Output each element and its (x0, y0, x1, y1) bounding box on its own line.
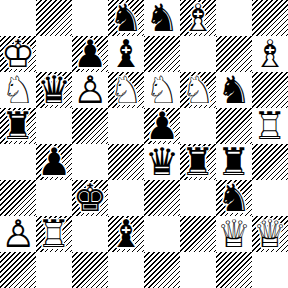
square-d6[interactable]: ♞♘ (108, 72, 144, 108)
square-f4[interactable]: ♜♜ (180, 144, 216, 180)
black-queen-icon: ♛♛ (36, 72, 72, 108)
square-e8[interactable]: ♞♞ (144, 0, 180, 36)
square-b8[interactable] (36, 0, 72, 36)
square-b3[interactable] (36, 180, 72, 216)
square-a8[interactable] (0, 0, 36, 36)
white-queen-icon: ♛♕ (216, 216, 252, 252)
black-bishop-icon: ♝♝ (108, 216, 144, 252)
square-g5[interactable] (216, 108, 252, 144)
square-e5[interactable]: ♟♟ (144, 108, 180, 144)
square-c6[interactable]: ♟♙ (72, 72, 108, 108)
square-f3[interactable] (180, 180, 216, 216)
square-b4[interactable]: ♟♟ (36, 144, 72, 180)
square-h8[interactable] (252, 0, 288, 36)
white-king-icon: ♚♔ (0, 36, 36, 72)
square-d3[interactable] (108, 180, 144, 216)
black-pawn-icon: ♟♟ (72, 36, 108, 72)
square-c8[interactable] (72, 0, 108, 36)
square-d2[interactable]: ♝♝ (108, 216, 144, 252)
black-pawn-icon: ♟♟ (144, 108, 180, 144)
square-h3[interactable] (252, 180, 288, 216)
square-c1[interactable] (72, 252, 108, 288)
square-e7[interactable] (144, 36, 180, 72)
square-h6[interactable] (252, 72, 288, 108)
square-d7[interactable]: ♝♝ (108, 36, 144, 72)
white-queen-icon: ♛♕ (252, 216, 288, 252)
white-bishop-icon: ♝♗ (180, 0, 216, 36)
square-f7[interactable] (180, 36, 216, 72)
white-knight-icon: ♞♘ (180, 72, 216, 108)
chess-board: ♞♞♞♞♝♗♚♔♟♟♝♝♝♗♞♘♛♛♟♙♞♘♞♘♞♘♞♞♜♜♟♟♜♖♟♟♛♛♜♜… (0, 0, 288, 288)
square-f2[interactable] (180, 216, 216, 252)
square-c4[interactable] (72, 144, 108, 180)
square-h5[interactable]: ♜♖ (252, 108, 288, 144)
square-a7[interactable]: ♚♔ (0, 36, 36, 72)
square-h7[interactable]: ♝♗ (252, 36, 288, 72)
square-e4[interactable]: ♛♛ (144, 144, 180, 180)
black-rook-icon: ♜♜ (180, 144, 216, 180)
square-h2[interactable]: ♛♕ (252, 216, 288, 252)
square-b1[interactable] (36, 252, 72, 288)
square-b7[interactable] (36, 36, 72, 72)
square-c5[interactable] (72, 108, 108, 144)
square-e2[interactable] (144, 216, 180, 252)
square-a1[interactable] (0, 252, 36, 288)
white-knight-icon: ♞♘ (0, 72, 36, 108)
square-a6[interactable]: ♞♘ (0, 72, 36, 108)
square-a5[interactable]: ♜♜ (0, 108, 36, 144)
black-bishop-icon: ♝♝ (108, 36, 144, 72)
square-c2[interactable] (72, 216, 108, 252)
white-pawn-icon: ♟♙ (72, 72, 108, 108)
black-rook-icon: ♜♜ (0, 108, 36, 144)
black-queen-icon: ♛♛ (144, 144, 180, 180)
square-e1[interactable] (144, 252, 180, 288)
square-d8[interactable]: ♞♞ (108, 0, 144, 36)
square-h4[interactable] (252, 144, 288, 180)
square-c3[interactable]: ♚♚ (72, 180, 108, 216)
black-knight-icon: ♞♞ (108, 0, 144, 36)
square-f1[interactable] (180, 252, 216, 288)
white-knight-icon: ♞♘ (108, 72, 144, 108)
square-f5[interactable] (180, 108, 216, 144)
black-king-icon: ♚♚ (72, 180, 108, 216)
white-pawn-icon: ♟♙ (0, 216, 36, 252)
square-g2[interactable]: ♛♕ (216, 216, 252, 252)
square-f6[interactable]: ♞♘ (180, 72, 216, 108)
square-d1[interactable] (108, 252, 144, 288)
square-a2[interactable]: ♟♙ (0, 216, 36, 252)
black-pawn-icon: ♟♟ (36, 144, 72, 180)
square-b5[interactable] (36, 108, 72, 144)
square-g8[interactable] (216, 0, 252, 36)
black-rook-icon: ♜♜ (216, 144, 252, 180)
square-d4[interactable] (108, 144, 144, 180)
square-g1[interactable] (216, 252, 252, 288)
square-d5[interactable] (108, 108, 144, 144)
square-c7[interactable]: ♟♟ (72, 36, 108, 72)
white-rook-icon: ♜♖ (36, 216, 72, 252)
square-g4[interactable]: ♜♜ (216, 144, 252, 180)
square-a4[interactable] (0, 144, 36, 180)
white-rook-icon: ♜♖ (252, 108, 288, 144)
black-knight-icon: ♞♞ (216, 72, 252, 108)
square-g3[interactable]: ♞♞ (216, 180, 252, 216)
black-knight-icon: ♞♞ (216, 180, 252, 216)
square-b2[interactable]: ♜♖ (36, 216, 72, 252)
white-knight-icon: ♞♘ (144, 72, 180, 108)
square-h1[interactable] (252, 252, 288, 288)
black-knight-icon: ♞♞ (144, 0, 180, 36)
square-b6[interactable]: ♛♛ (36, 72, 72, 108)
white-bishop-icon: ♝♗ (252, 36, 288, 72)
square-f8[interactable]: ♝♗ (180, 0, 216, 36)
square-g6[interactable]: ♞♞ (216, 72, 252, 108)
square-a3[interactable] (0, 180, 36, 216)
square-e3[interactable] (144, 180, 180, 216)
square-g7[interactable] (216, 36, 252, 72)
square-e6[interactable]: ♞♘ (144, 72, 180, 108)
